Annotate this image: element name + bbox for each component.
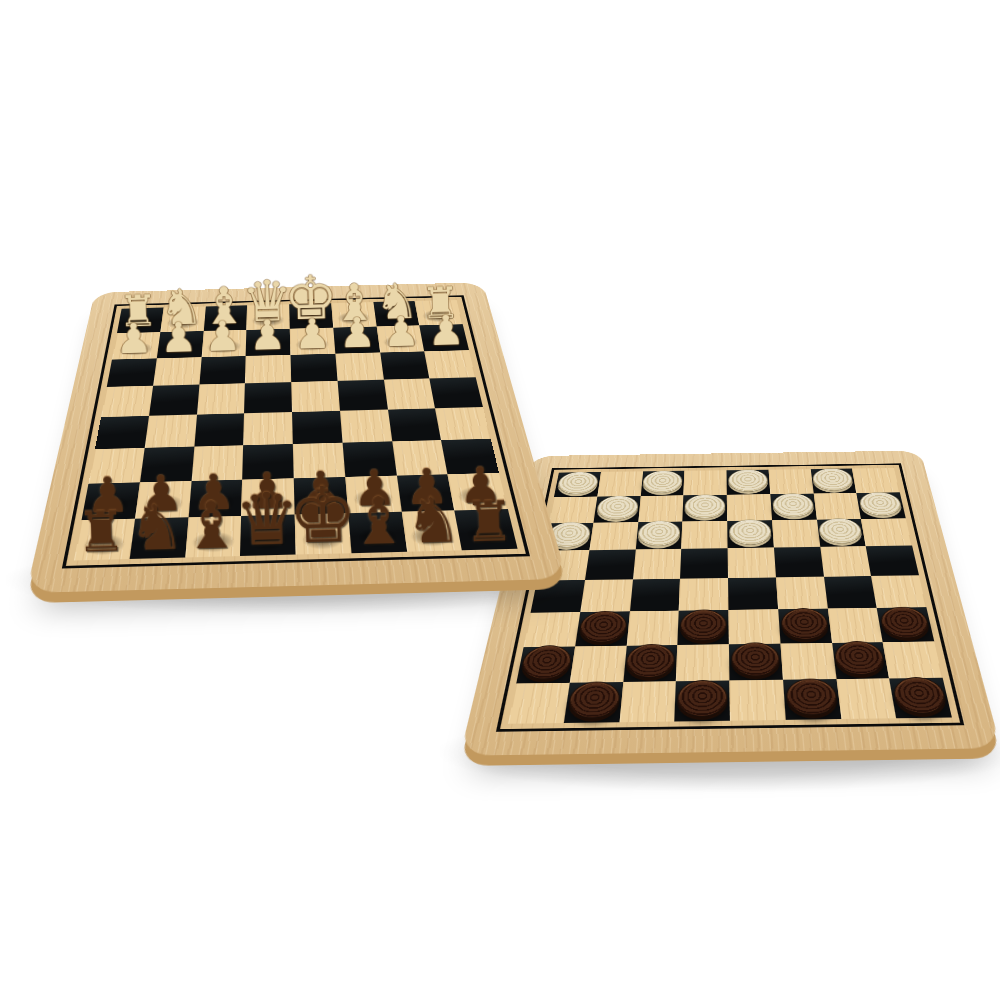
checker-piece-dark (780, 608, 829, 640)
chess-square-r4c5 (340, 410, 392, 443)
checkers-square-r6c0 (516, 646, 575, 684)
chess-piece-black-bishop: ♝ (348, 489, 408, 552)
checkers-square-r0c1 (597, 471, 643, 496)
checker-piece-dark (677, 680, 728, 717)
checkers-square-r7c4 (729, 680, 785, 721)
checkers-square-r1c4 (727, 494, 772, 521)
checkers-square-r6c1 (569, 645, 626, 683)
chess-square-r1c1: ♟ (157, 331, 204, 358)
chess-square-r1c7: ♟ (419, 324, 469, 351)
chess-square-r3c3 (244, 382, 292, 413)
chess-square-r2c5 (335, 352, 383, 381)
checkers-square-r2c3 (681, 521, 727, 549)
checkers-square-r5c4 (728, 609, 780, 644)
chess-piece-black-bishop: ♝ (182, 494, 242, 557)
checkers-square-r5c2 (626, 610, 679, 645)
checkers-square-r2c2 (635, 521, 682, 549)
chess-square-r1c5: ♟ (333, 326, 380, 353)
checkers-square-r0c6 (810, 468, 856, 493)
chess-square-r3c1 (149, 385, 199, 416)
checkers-square-r0c4 (726, 470, 770, 495)
checkers-square-r7c0 (508, 683, 569, 724)
chess-square-r1c3: ♟ (246, 329, 291, 356)
chess-square-r1c4: ♟ (290, 328, 335, 355)
checker-piece-light (728, 469, 768, 492)
checkers-square-r7c7 (889, 678, 952, 718)
chess-piece-black-rook: ♜ (75, 505, 126, 559)
checkers-square-r3c3 (680, 548, 728, 578)
chess-square-r7c0: ♜ (74, 519, 135, 560)
chess-square-r4c1 (144, 414, 196, 447)
checkers-square-r4c2 (630, 579, 681, 612)
chess-square-r7c7: ♜ (455, 509, 518, 550)
chess-square-r3c2 (197, 384, 246, 415)
checkers-square-r4c4 (728, 577, 778, 609)
checker-piece-light (595, 495, 638, 519)
chess-square-r3c7 (430, 378, 483, 409)
product-photo: ♜♞♝♛♚♝♞♜♟♟♟♟♟♟♟♟♟♟♟♟♟♟♟♟♜♞♝♛♚♝♞♜ (0, 0, 1000, 1000)
checkers-square-r0c7 (852, 468, 900, 493)
checker-piece-dark (519, 645, 573, 680)
chess-square-r4c2 (194, 413, 244, 446)
checkers-square-r1c5 (770, 493, 816, 520)
chess-square-r2c1 (153, 357, 201, 386)
chess-playfield: ♜♞♝♛♚♝♞♜♟♟♟♟♟♟♟♟♟♟♟♟♟♟♟♟♜♞♝♛♚♝♞♜ (62, 295, 530, 568)
chess-square-r7c2: ♝ (185, 516, 242, 557)
checker-piece-dark (891, 677, 948, 714)
checkers-square-r4c3 (679, 578, 728, 610)
checkers-square-r5c3 (678, 610, 729, 645)
checker-piece-dark (731, 642, 780, 676)
checkers-square-r7c6 (836, 679, 896, 720)
chess-square-r2c7 (424, 350, 475, 379)
checkers-square-r4c0 (531, 580, 585, 613)
chess-square-r2c4 (290, 353, 337, 382)
checkers-square-r0c5 (768, 469, 813, 494)
chess-board: ♜♞♝♛♚♝♞♜♟♟♟♟♟♟♟♟♟♟♟♟♟♟♟♟♜♞♝♛♚♝♞♜ (26, 282, 567, 593)
checker-piece-dark (879, 606, 932, 638)
checkers-square-r3c2 (633, 549, 682, 579)
checker-piece-light (858, 492, 903, 516)
chess-square-r3c4 (291, 381, 340, 412)
checker-piece-light (684, 494, 725, 518)
checkers-square-r5c5 (778, 608, 832, 643)
checkers-square-r1c2 (638, 495, 684, 522)
checkers-square-r2c1 (589, 522, 638, 550)
chess-square-r4c6 (387, 408, 441, 441)
checkers-square-r1c3 (683, 495, 728, 522)
checkers-square-r4c6 (823, 576, 876, 608)
checkers-square-r3c7 (866, 546, 919, 576)
checker-piece-dark (833, 641, 886, 675)
checkers-square-r0c0 (554, 472, 601, 497)
checkers-square-r5c6 (827, 608, 883, 643)
checkers-square-r5c0 (524, 612, 580, 647)
checkers-square-r6c2 (623, 645, 678, 683)
checker-piece-dark (785, 678, 838, 715)
chess-square-r4c3 (243, 412, 292, 445)
checker-piece-light (556, 471, 599, 494)
chess-square-r3c5 (337, 380, 387, 411)
chess-piece-white-pawn: ♟ (249, 315, 287, 355)
checkers-square-r1c7 (857, 492, 906, 519)
chess-square-r4c0 (95, 416, 149, 449)
chess-square-r7c1: ♞ (129, 518, 188, 559)
checkers-square-r6c3 (676, 644, 729, 682)
checkers-square-r5c7 (877, 607, 934, 642)
checker-piece-light (729, 519, 772, 545)
checkers-square-r6c7 (883, 641, 943, 678)
chess-square-r3c6 (383, 379, 435, 410)
chess-piece-white-pawn: ♟ (159, 317, 197, 357)
checker-piece-light (642, 470, 683, 493)
checkers-square-r3c5 (774, 547, 824, 577)
chess-piece-white-pawn: ♟ (204, 316, 242, 356)
chess-square-r2c2 (199, 356, 246, 385)
checkers-square-r7c3 (675, 681, 730, 722)
checkers-square-r7c1 (564, 682, 623, 723)
chess-square-r7c4: ♚ (295, 513, 352, 554)
chess-square-r1c0: ♟ (112, 332, 160, 359)
checkers-grid (508, 468, 952, 724)
chess-piece-white-pawn: ♟ (115, 319, 153, 359)
chess-piece-white-pawn: ♟ (427, 310, 465, 350)
checkers-square-r4c7 (871, 575, 926, 607)
checkers-square-r0c2 (640, 471, 684, 496)
checkers-square-r2c5 (772, 519, 820, 547)
checkers-square-r6c6 (832, 642, 890, 679)
chess-piece-black-knight: ♞ (405, 490, 463, 551)
checkers-square-r3c6 (820, 546, 871, 576)
chess-square-r1c6: ♟ (376, 325, 424, 352)
chess-piece-black-queen: ♛ (234, 485, 300, 555)
checkers-square-r3c1 (585, 550, 636, 580)
chess-piece-white-pawn: ♟ (338, 313, 376, 353)
checkers-square-r4c1 (580, 579, 632, 612)
chess-square-r2c6 (380, 351, 430, 380)
checkers-square-r3c4 (728, 548, 776, 578)
checker-piece-light (637, 521, 680, 547)
chess-piece-white-pawn: ♟ (293, 314, 331, 354)
checkers-square-r2c7 (861, 518, 912, 546)
chess-piece-black-rook: ♜ (463, 495, 514, 549)
checkers-square-r1c1 (593, 496, 640, 523)
checkers-square-r2c4 (727, 520, 774, 548)
checker-piece-dark (625, 644, 675, 678)
chess-square-r1c2: ♟ (201, 330, 246, 357)
chess-square-r4c7 (435, 407, 490, 440)
chess-piece-white-pawn: ♟ (383, 312, 421, 352)
checkers-square-r7c5 (783, 679, 841, 720)
checker-piece-dark (578, 610, 628, 642)
chess-square-r2c3 (245, 355, 291, 384)
chess-square-r3c0 (101, 386, 153, 417)
chess-square-r2c0 (107, 358, 157, 387)
chess-square-r7c3: ♛ (240, 515, 295, 556)
checkers-square-r0c3 (684, 470, 727, 495)
chess-square-r7c5: ♝ (348, 512, 407, 553)
checkers-square-r7c2 (619, 682, 676, 723)
chess-square-r7c6: ♞ (401, 511, 462, 552)
chess-square-r4c4 (292, 411, 342, 444)
checkers-square-r6c5 (780, 643, 836, 681)
checkers-square-r6c4 (729, 643, 783, 681)
chess-board-wood-frame: ♜♞♝♛♚♝♞♜♟♟♟♟♟♟♟♟♟♟♟♟♟♟♟♟♜♞♝♛♚♝♞♜ (26, 282, 567, 593)
checkers-square-r2c6 (816, 519, 866, 547)
checkers-square-r1c6 (813, 493, 861, 520)
checker-piece-dark (680, 609, 727, 641)
checkers-square-r5c1 (575, 611, 630, 646)
chess-piece-black-knight: ♞ (127, 497, 185, 558)
checkers-playfield (496, 463, 964, 731)
checker-piece-light (812, 468, 854, 491)
checker-piece-light (772, 493, 815, 517)
checker-piece-dark (566, 681, 620, 718)
chess-grid: ♜♞♝♛♚♝♞♜♟♟♟♟♟♟♟♟♟♟♟♟♟♟♟♟♜♞♝♛♚♝♞♜ (74, 300, 518, 561)
checker-piece-light (818, 518, 864, 544)
checkers-square-r4c5 (776, 577, 828, 609)
checkers-square-r1c0 (549, 496, 597, 523)
